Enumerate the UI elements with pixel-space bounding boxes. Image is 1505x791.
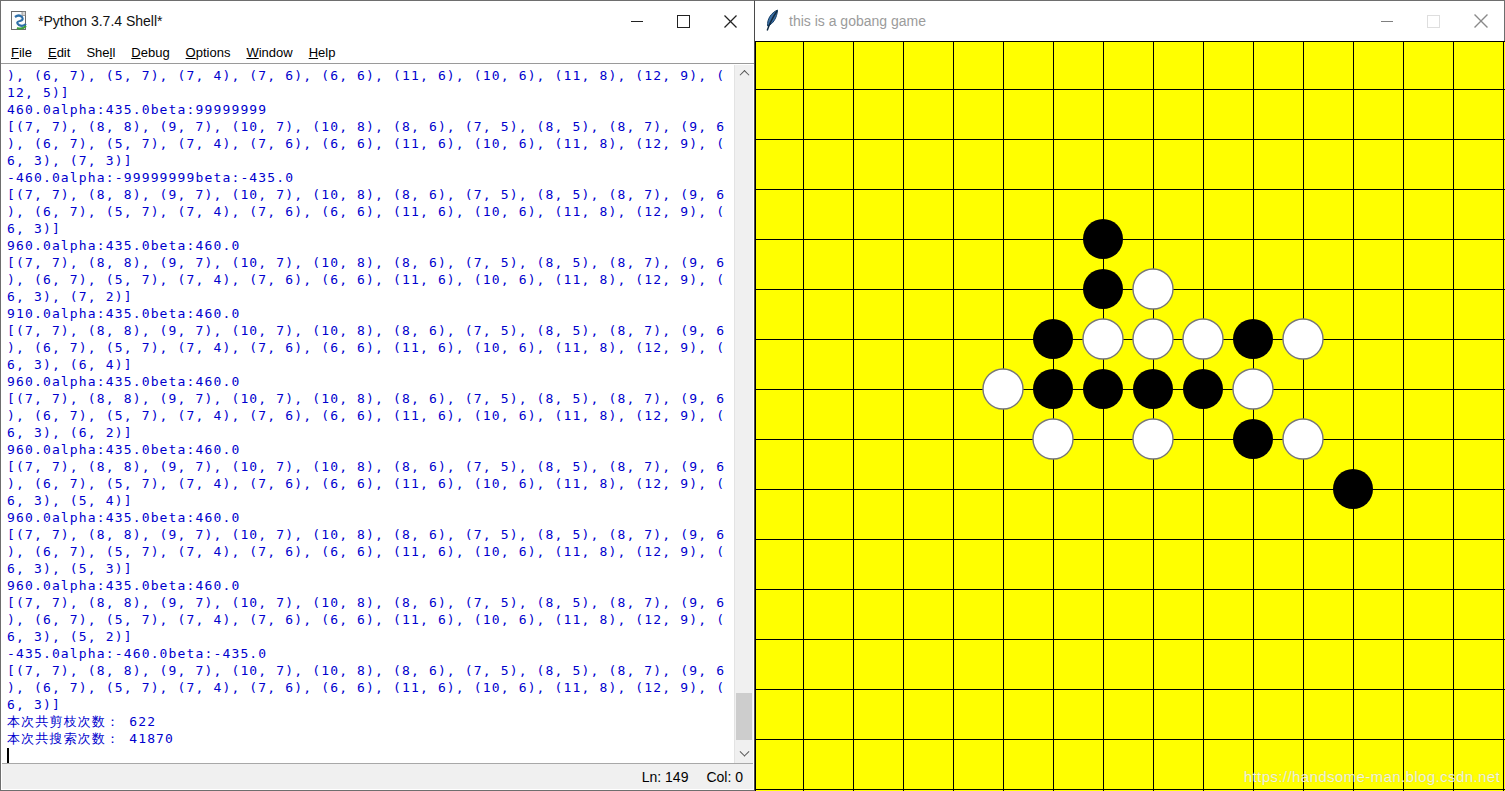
shell-output-line: [(7, 7), (8, 8), (9, 7), (10, 7), (10, 8… <box>7 186 734 203</box>
white-stone <box>1133 419 1173 459</box>
menu-bar: FileEditShellDebugOptionsWindowHelp <box>1 41 754 64</box>
idle-python-icon <box>10 10 30 32</box>
shell-output-line: [(7, 7), (8, 8), (9, 7), (10, 7), (10, 8… <box>7 390 734 407</box>
scrollbar-thumb[interactable] <box>736 693 752 740</box>
scroll-down-button[interactable] <box>735 746 753 763</box>
gobang-window-controls <box>1363 1 1504 41</box>
shell-output-line: ), (6, 7), (5, 7), (7, 4), (7, 6), (6, 6… <box>7 407 734 424</box>
shell-output-line: 460.0alpha:435.0beta:99999999 <box>7 101 734 118</box>
shell-output-line: ), (6, 7), (5, 7), (7, 4), (7, 6), (6, 6… <box>7 135 734 152</box>
white-stone <box>1283 319 1323 359</box>
shell-output-line: 6, 3), (6, 4)] <box>7 356 734 373</box>
shell-output-line: ), (6, 7), (5, 7), (7, 4), (7, 6), (6, 6… <box>7 203 734 220</box>
status-column-number: Col: 0 <box>706 769 743 785</box>
menu-item-options[interactable]: Options <box>178 43 239 62</box>
maximize-button-disabled <box>1410 1 1457 41</box>
shell-output-line: ), (6, 7), (5, 7), (7, 4), (7, 6), (6, 6… <box>7 67 734 84</box>
gobang-board-canvas[interactable] <box>755 41 1505 791</box>
shell-output-line: -460.0alpha:-99999999beta:-435.0 <box>7 169 734 186</box>
shell-output-line: ), (6, 7), (5, 7), (7, 4), (7, 6), (6, 6… <box>7 339 734 356</box>
shell-output-line: 6, 3)] <box>7 220 734 237</box>
shell-output-line: 960.0alpha:435.0beta:460.0 <box>7 441 734 458</box>
menu-item-edit[interactable]: Edit <box>40 43 78 62</box>
python-shell-window: *Python 3.7.4 Shell* FileEditShellDebugO… <box>0 0 755 791</box>
shell-titlebar: *Python 3.7.4 Shell* <box>1 1 754 41</box>
chevron-down-icon <box>739 747 749 757</box>
status-line-number: Ln: 149 <box>642 769 689 785</box>
screen: *Python 3.7.4 Shell* FileEditShellDebugO… <box>0 0 1505 791</box>
tk-feather-icon <box>764 9 781 33</box>
shell-output-line: 960.0alpha:435.0beta:460.0 <box>7 509 734 526</box>
shell-output-line: -435.0alpha:-460.0beta:-435.0 <box>7 645 734 662</box>
shell-output-line: ), (6, 7), (5, 7), (7, 4), (7, 6), (6, 6… <box>7 271 734 288</box>
shell-output-line: 6, 3), (7, 3)] <box>7 152 734 169</box>
black-stone <box>1233 319 1273 359</box>
white-stone <box>1133 269 1173 309</box>
text-caret <box>7 748 9 763</box>
shell-output-line: [(7, 7), (8, 8), (9, 7), (10, 7), (10, 8… <box>7 594 734 611</box>
black-stone <box>1133 369 1173 409</box>
menu-item-debug[interactable]: Debug <box>123 43 177 62</box>
close-button[interactable] <box>707 1 754 41</box>
close-icon <box>724 15 737 28</box>
white-stone <box>1183 319 1223 359</box>
shell-output-line: 6, 3), (5, 3)] <box>7 560 734 577</box>
black-stone <box>1333 469 1373 509</box>
maximize-icon <box>1427 15 1440 28</box>
black-stone <box>1083 269 1123 309</box>
gobang-board[interactable]: https://handsome-man.blog.csdn.net <box>755 41 1505 791</box>
shell-output-line: 960.0alpha:435.0beta:460.0 <box>7 237 734 254</box>
shell-output-line: 6, 3), (5, 4)] <box>7 492 734 509</box>
shell-output-line: 6, 3), (6, 2)] <box>7 424 734 441</box>
shell-output-line: [(7, 7), (8, 8), (9, 7), (10, 7), (10, 8… <box>7 458 734 475</box>
menu-item-file[interactable]: File <box>3 43 40 62</box>
white-stone <box>1283 419 1323 459</box>
vertical-scrollbar[interactable] <box>734 65 753 763</box>
window-title: *Python 3.7.4 Shell* <box>38 13 163 29</box>
white-stone <box>1133 319 1173 359</box>
shell-output-line: [(7, 7), (8, 8), (9, 7), (10, 7), (10, 8… <box>7 526 734 543</box>
black-stone <box>1183 369 1223 409</box>
menu-item-help[interactable]: Help <box>301 43 344 62</box>
minimize-button[interactable] <box>613 1 660 41</box>
shell-output-line: 本次共搜索次数： 41870 <box>7 730 734 747</box>
chevron-up-icon <box>739 70 749 80</box>
gobang-titlebar: this is a gobang game <box>755 1 1504 41</box>
white-stone <box>983 369 1023 409</box>
menu-item-shell[interactable]: Shell <box>78 43 123 62</box>
black-stone <box>1033 319 1073 359</box>
window-title: this is a gobang game <box>789 13 926 29</box>
shell-window-controls <box>613 1 754 41</box>
black-stone <box>1083 369 1123 409</box>
shell-output-line: 960.0alpha:435.0beta:460.0 <box>7 373 734 390</box>
white-stone <box>1033 419 1073 459</box>
black-stone <box>1233 419 1273 459</box>
shell-output-line: [(7, 7), (8, 8), (9, 7), (10, 7), (10, 8… <box>7 254 734 271</box>
minimize-icon <box>1381 21 1393 22</box>
shell-output-line: ), (6, 7), (5, 7), (7, 4), (7, 6), (6, 6… <box>7 679 734 696</box>
shell-output-line: 960.0alpha:435.0beta:460.0 <box>7 577 734 594</box>
shell-output-line: [(7, 7), (8, 8), (9, 7), (10, 7), (10, 8… <box>7 118 734 135</box>
shell-output-area[interactable]: ), (6, 7), (5, 7), (7, 4), (7, 6), (6, 6… <box>2 65 734 763</box>
shell-prompt-line <box>7 747 734 763</box>
shell-output-line: 6, 3), (7, 2)] <box>7 288 734 305</box>
shell-output-line: ), (6, 7), (5, 7), (7, 4), (7, 6), (6, 6… <box>7 543 734 560</box>
black-stone <box>1033 369 1073 409</box>
shell-output-line: 6, 3)] <box>7 696 734 713</box>
status-bar: Ln: 149 Col: 0 <box>2 763 753 789</box>
close-button[interactable] <box>1457 1 1504 41</box>
shell-output-line: [(7, 7), (8, 8), (9, 7), (10, 7), (10, 8… <box>7 322 734 339</box>
minimize-button[interactable] <box>1363 1 1410 41</box>
shell-output-line: ), (6, 7), (5, 7), (7, 4), (7, 6), (6, 6… <box>7 611 734 628</box>
shell-output-line: ), (6, 7), (5, 7), (7, 4), (7, 6), (6, 6… <box>7 475 734 492</box>
shell-output-line: 本次共剪枝次数： 622 <box>7 713 734 730</box>
shell-output-line: 910.0alpha:435.0beta:460.0 <box>7 305 734 322</box>
black-stone <box>1083 219 1123 259</box>
shell-output-line: 6, 3), (5, 2)] <box>7 628 734 645</box>
board-background <box>755 41 1505 791</box>
gobang-window: this is a gobang game https://handsome-m… <box>755 0 1505 791</box>
minimize-icon <box>631 21 643 22</box>
maximize-icon <box>677 15 690 28</box>
white-stone <box>1233 369 1273 409</box>
shell-output-line: [(7, 7), (8, 8), (9, 7), (10, 7), (10, 8… <box>7 662 734 679</box>
close-icon <box>1474 14 1488 28</box>
menu-item-window[interactable]: Window <box>238 43 300 62</box>
white-stone <box>1083 319 1123 359</box>
shell-output-line: 12, 5)] <box>7 84 734 101</box>
maximize-button[interactable] <box>660 1 707 41</box>
scroll-up-button[interactable] <box>735 65 753 82</box>
